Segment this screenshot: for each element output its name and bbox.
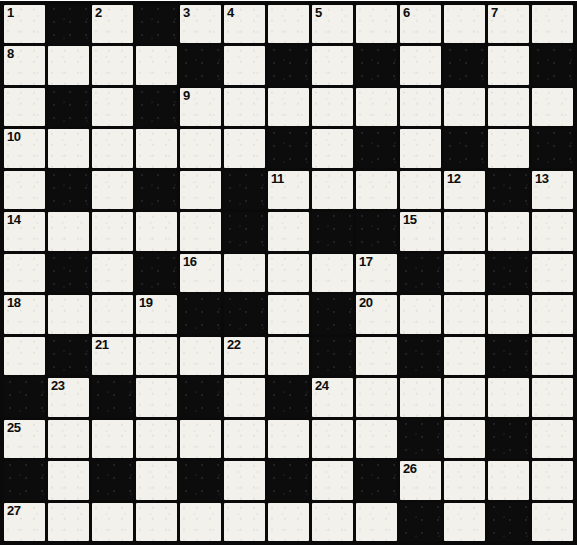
clue-number: 19 — [139, 296, 152, 310]
white-cell[interactable] — [532, 295, 573, 333]
white-cell[interactable]: 27 — [4, 503, 45, 541]
black-cell — [488, 254, 529, 292]
white-cell[interactable]: 21 — [92, 337, 133, 375]
white-cell[interactable] — [488, 378, 529, 416]
white-cell[interactable] — [488, 212, 529, 250]
white-cell[interactable] — [92, 420, 133, 458]
clue-number: 2 — [95, 6, 102, 20]
black-cell — [136, 171, 177, 209]
white-cell[interactable]: 9 — [180, 88, 221, 126]
white-cell[interactable] — [312, 503, 353, 541]
black-cell — [356, 46, 397, 84]
white-cell[interactable] — [400, 46, 441, 84]
white-cell[interactable] — [48, 503, 89, 541]
white-cell[interactable]: 18 — [4, 295, 45, 333]
white-cell[interactable] — [488, 295, 529, 333]
black-cell — [4, 378, 45, 416]
white-cell[interactable] — [444, 420, 485, 458]
white-cell[interactable] — [4, 171, 45, 209]
black-cell — [312, 295, 353, 333]
white-cell[interactable] — [532, 5, 573, 43]
white-cell[interactable] — [488, 461, 529, 499]
black-cell — [268, 129, 309, 167]
white-cell[interactable]: 14 — [4, 212, 45, 250]
white-cell[interactable] — [356, 171, 397, 209]
black-cell — [444, 46, 485, 84]
clue-number: 14 — [7, 213, 20, 227]
black-cell — [136, 254, 177, 292]
white-cell[interactable] — [444, 5, 485, 43]
clue-number: 27 — [7, 504, 20, 518]
white-cell[interactable] — [356, 420, 397, 458]
black-cell — [356, 461, 397, 499]
white-cell[interactable]: 26 — [400, 461, 441, 499]
white-cell[interactable] — [224, 46, 265, 84]
white-cell[interactable]: 15 — [400, 212, 441, 250]
white-cell[interactable] — [48, 420, 89, 458]
white-cell[interactable] — [268, 337, 309, 375]
white-cell[interactable] — [92, 129, 133, 167]
white-cell[interactable] — [92, 254, 133, 292]
white-cell[interactable]: 19 — [136, 295, 177, 333]
clue-number: 26 — [403, 462, 416, 476]
white-cell[interactable] — [532, 503, 573, 541]
white-cell[interactable] — [312, 420, 353, 458]
black-cell — [92, 378, 133, 416]
white-cell[interactable]: 8 — [4, 46, 45, 84]
white-cell[interactable]: 23 — [48, 378, 89, 416]
black-cell — [224, 295, 265, 333]
clue-number: 16 — [183, 255, 196, 269]
black-cell — [356, 129, 397, 167]
black-cell — [48, 88, 89, 126]
white-cell[interactable] — [92, 171, 133, 209]
white-cell[interactable] — [224, 503, 265, 541]
clue-number: 3 — [183, 6, 190, 20]
white-cell[interactable] — [312, 254, 353, 292]
white-cell[interactable] — [92, 295, 133, 333]
black-cell — [268, 378, 309, 416]
white-cell[interactable] — [4, 337, 45, 375]
white-cell[interactable]: 3 — [180, 5, 221, 43]
white-cell[interactable] — [136, 503, 177, 541]
white-cell[interactable] — [312, 88, 353, 126]
black-cell — [92, 461, 133, 499]
white-cell[interactable] — [444, 212, 485, 250]
black-cell — [400, 420, 441, 458]
black-cell — [224, 171, 265, 209]
white-cell[interactable] — [4, 254, 45, 292]
white-cell[interactable] — [224, 420, 265, 458]
white-cell[interactable] — [92, 88, 133, 126]
clue-number: 10 — [7, 130, 20, 144]
white-cell[interactable]: 2 — [92, 5, 133, 43]
white-cell[interactable] — [532, 337, 573, 375]
black-cell — [400, 503, 441, 541]
black-cell — [4, 461, 45, 499]
white-cell[interactable] — [136, 129, 177, 167]
clue-number: 17 — [359, 255, 372, 269]
white-cell[interactable] — [268, 503, 309, 541]
black-cell — [488, 171, 529, 209]
white-cell[interactable]: 20 — [356, 295, 397, 333]
white-cell[interactable] — [444, 378, 485, 416]
white-cell[interactable] — [48, 129, 89, 167]
clue-number: 1 — [7, 6, 14, 20]
black-cell — [180, 378, 221, 416]
white-cell[interactable] — [136, 212, 177, 250]
black-cell — [180, 461, 221, 499]
white-cell[interactable]: 22 — [224, 337, 265, 375]
white-cell[interactable] — [400, 378, 441, 416]
white-cell[interactable] — [532, 420, 573, 458]
clue-number: 21 — [95, 338, 108, 352]
white-cell[interactable] — [136, 420, 177, 458]
white-cell[interactable] — [488, 129, 529, 167]
white-cell[interactable] — [400, 88, 441, 126]
white-cell[interactable] — [92, 212, 133, 250]
white-cell[interactable] — [532, 461, 573, 499]
white-cell[interactable] — [48, 212, 89, 250]
white-cell[interactable] — [532, 378, 573, 416]
white-cell[interactable]: 5 — [312, 5, 353, 43]
white-cell[interactable] — [224, 378, 265, 416]
white-cell[interactable] — [356, 378, 397, 416]
clue-number: 25 — [7, 421, 20, 435]
black-cell — [268, 46, 309, 84]
white-cell[interactable] — [356, 337, 397, 375]
black-cell — [400, 254, 441, 292]
black-cell — [532, 129, 573, 167]
white-cell[interactable] — [444, 503, 485, 541]
white-cell[interactable] — [136, 337, 177, 375]
white-cell[interactable] — [268, 5, 309, 43]
black-cell — [48, 5, 89, 43]
black-cell — [180, 46, 221, 84]
black-cell — [48, 254, 89, 292]
black-cell — [48, 171, 89, 209]
white-cell[interactable] — [356, 5, 397, 43]
clue-number: 13 — [535, 172, 548, 186]
white-cell[interactable] — [48, 461, 89, 499]
black-cell — [312, 337, 353, 375]
white-cell[interactable] — [268, 254, 309, 292]
white-cell[interactable] — [532, 88, 573, 126]
clue-number: 15 — [403, 213, 416, 227]
black-cell — [312, 212, 353, 250]
clue-number: 9 — [183, 89, 190, 103]
white-cell[interactable] — [444, 337, 485, 375]
clue-number: 12 — [447, 172, 460, 186]
white-cell[interactable] — [312, 461, 353, 499]
white-cell[interactable] — [180, 171, 221, 209]
white-cell[interactable] — [4, 88, 45, 126]
clue-number: 5 — [315, 6, 322, 20]
white-cell[interactable] — [224, 254, 265, 292]
clue-number: 23 — [51, 379, 64, 393]
clue-number: 8 — [7, 47, 14, 61]
white-cell[interactable] — [180, 212, 221, 250]
white-cell[interactable]: 10 — [4, 129, 45, 167]
white-cell[interactable]: 12 — [444, 171, 485, 209]
white-cell[interactable] — [92, 46, 133, 84]
white-cell[interactable] — [180, 129, 221, 167]
white-cell[interactable] — [268, 88, 309, 126]
white-cell[interactable] — [136, 461, 177, 499]
black-cell — [268, 461, 309, 499]
black-cell — [180, 295, 221, 333]
black-cell — [444, 129, 485, 167]
white-cell[interactable]: 7 — [488, 5, 529, 43]
black-cell — [136, 88, 177, 126]
white-cell[interactable] — [268, 420, 309, 458]
clue-number: 18 — [7, 296, 20, 310]
white-cell[interactable] — [400, 171, 441, 209]
white-cell[interactable] — [224, 129, 265, 167]
black-cell — [488, 420, 529, 458]
white-cell[interactable] — [312, 171, 353, 209]
black-cell — [224, 212, 265, 250]
white-cell[interactable]: 17 — [356, 254, 397, 292]
black-cell — [356, 212, 397, 250]
white-cell[interactable]: 4 — [224, 5, 265, 43]
white-cell[interactable] — [532, 212, 573, 250]
white-cell[interactable] — [180, 337, 221, 375]
white-cell[interactable] — [356, 88, 397, 126]
white-cell[interactable] — [444, 461, 485, 499]
white-cell[interactable]: 16 — [180, 254, 221, 292]
white-cell[interactable]: 13 — [532, 171, 573, 209]
white-cell[interactable] — [532, 254, 573, 292]
black-cell — [488, 503, 529, 541]
white-cell[interactable]: 25 — [4, 420, 45, 458]
white-cell[interactable] — [224, 461, 265, 499]
white-cell[interactable] — [136, 378, 177, 416]
white-cell[interactable] — [268, 212, 309, 250]
white-cell[interactable] — [180, 420, 221, 458]
white-cell[interactable] — [312, 129, 353, 167]
white-cell[interactable]: 6 — [400, 5, 441, 43]
clue-number: 7 — [491, 6, 498, 20]
white-cell[interactable] — [92, 503, 133, 541]
white-cell[interactable] — [136, 46, 177, 84]
white-cell[interactable] — [356, 503, 397, 541]
clue-number: 24 — [315, 379, 328, 393]
white-cell[interactable] — [400, 295, 441, 333]
white-cell[interactable] — [312, 46, 353, 84]
clue-number: 20 — [359, 296, 372, 310]
white-cell[interactable] — [488, 88, 529, 126]
black-cell — [136, 5, 177, 43]
white-cell[interactable] — [444, 254, 485, 292]
white-cell[interactable] — [488, 46, 529, 84]
black-cell — [48, 337, 89, 375]
white-cell[interactable] — [444, 295, 485, 333]
white-cell[interactable] — [48, 295, 89, 333]
white-cell[interactable] — [180, 503, 221, 541]
white-cell[interactable]: 1 — [4, 5, 45, 43]
clue-number: 4 — [227, 6, 234, 20]
white-cell[interactable] — [268, 295, 309, 333]
black-cell — [532, 46, 573, 84]
white-cell[interactable] — [224, 88, 265, 126]
clue-number: 6 — [403, 6, 410, 20]
white-cell[interactable] — [48, 46, 89, 84]
clue-number: 11 — [271, 172, 284, 186]
white-cell[interactable] — [444, 88, 485, 126]
white-cell[interactable]: 24 — [312, 378, 353, 416]
clue-number: 22 — [227, 338, 240, 352]
black-cell — [488, 337, 529, 375]
white-cell[interactable] — [400, 129, 441, 167]
black-cell — [400, 337, 441, 375]
crossword-board: 1234567891011121314151617181920212223242… — [0, 1, 577, 545]
white-cell[interactable]: 11 — [268, 171, 309, 209]
